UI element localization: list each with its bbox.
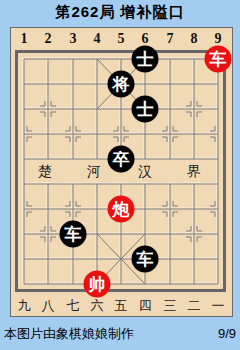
piece-black-soldier: 卒	[108, 146, 135, 173]
page-title: 第262局 增补隘口	[0, 3, 240, 22]
piece-black-advisor: 士	[132, 96, 159, 123]
piece-red-cannon: 炮	[108, 196, 135, 223]
river-char-chu: 楚	[38, 163, 52, 179]
bottom-coordinate-label: 六	[84, 298, 110, 314]
bottom-coordinate-label: 四	[132, 298, 158, 314]
piece-black-chariot: 车	[60, 221, 87, 248]
bottom-coordinate-label: 二	[181, 298, 207, 314]
board-panel: 123456789 楚 河 汉 界 士车将士卒炮车车帅 九八七六五四三二一	[10, 27, 233, 317]
piece-black-general: 将	[108, 71, 135, 98]
piece-red-chariot: 车	[205, 46, 232, 73]
river-char-jie: 界	[187, 163, 201, 179]
bottom-coordinate-label: 三	[157, 298, 183, 314]
river-char-han: 汉	[138, 163, 152, 179]
credit-text: 本图片由象棋娘娘制作	[4, 324, 134, 344]
piece-black-advisor: 士	[132, 46, 159, 73]
bottom-coordinate-label: 八	[35, 298, 61, 314]
bottom-coordinate-label: 七	[60, 298, 86, 314]
puzzle-page: 第262局 增补隘口 123456789 楚 河 汉 界 士车将士卒炮车车帅 九…	[0, 0, 240, 350]
river-char-he: 河	[87, 163, 101, 179]
bottom-coordinate-label: 一	[205, 298, 231, 314]
page-indicator: 9/9	[218, 324, 236, 344]
piece-red-king: 帅	[84, 271, 111, 298]
bottom-coordinate-label: 九	[11, 298, 37, 314]
footer: 本图片由象棋娘娘制作 9/9	[0, 324, 240, 344]
bottom-coordinate-label: 五	[108, 298, 134, 314]
piece-black-chariot: 车	[132, 246, 159, 273]
